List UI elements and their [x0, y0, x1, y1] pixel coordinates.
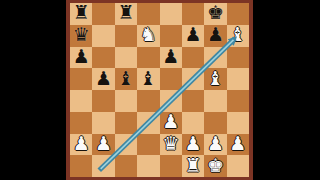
square-g4[interactable]: [204, 90, 226, 112]
piece-black-queen: ♛: [73, 25, 90, 44]
square-e7[interactable]: [160, 25, 182, 47]
square-e5[interactable]: [160, 68, 182, 90]
piece-white-pawn: ♟: [95, 134, 112, 153]
square-c4[interactable]: [115, 90, 137, 112]
piece-black-pawn: ♟: [73, 47, 90, 66]
square-d1[interactable]: [137, 155, 159, 177]
square-g7[interactable]: ♟: [204, 25, 226, 47]
square-h4[interactable]: [227, 90, 249, 112]
piece-black-bishop: ♝: [140, 69, 157, 88]
square-g3[interactable]: [204, 112, 226, 134]
square-c1[interactable]: [115, 155, 137, 177]
piece-black-pawn: ♟: [162, 47, 179, 66]
square-h3[interactable]: [227, 112, 249, 134]
piece-white-pawn: ♟: [229, 134, 246, 153]
square-g2[interactable]: ♟: [204, 134, 226, 156]
square-e1[interactable]: [160, 155, 182, 177]
piece-black-king: ♚: [207, 3, 224, 22]
square-c5[interactable]: ♝: [115, 68, 137, 90]
chess-board: ♜♜♚♛♞♟♟♝♟♟♟♝♝♝♟♟♟♛♟♟♟♜♚: [66, 0, 253, 180]
square-a1[interactable]: [70, 155, 92, 177]
square-g1[interactable]: ♚: [204, 155, 226, 177]
square-b6[interactable]: [92, 47, 114, 69]
square-b7[interactable]: [92, 25, 114, 47]
piece-white-knight: ♞: [140, 25, 157, 44]
square-d3[interactable]: [137, 112, 159, 134]
square-e3[interactable]: ♟: [160, 112, 182, 134]
square-f3[interactable]: [182, 112, 204, 134]
square-b4[interactable]: [92, 90, 114, 112]
square-b2[interactable]: ♟: [92, 134, 114, 156]
square-c2[interactable]: [115, 134, 137, 156]
square-d8[interactable]: [137, 3, 159, 25]
square-c6[interactable]: [115, 47, 137, 69]
square-f5[interactable]: [182, 68, 204, 90]
square-g6[interactable]: [204, 47, 226, 69]
piece-white-pawn: ♟: [162, 112, 179, 131]
piece-white-bishop: ♝: [229, 25, 246, 44]
piece-white-pawn: ♟: [207, 134, 224, 153]
square-h5[interactable]: [227, 68, 249, 90]
square-b3[interactable]: [92, 112, 114, 134]
piece-white-bishop: ♝: [207, 69, 224, 88]
square-a2[interactable]: ♟: [70, 134, 92, 156]
piece-black-bishop: ♝: [117, 69, 134, 88]
square-c8[interactable]: ♜: [115, 3, 137, 25]
square-d7[interactable]: ♞: [137, 25, 159, 47]
square-f2[interactable]: ♟: [182, 134, 204, 156]
square-e2[interactable]: ♛: [160, 134, 182, 156]
screenshot-frame: ♜♜♚♛♞♟♟♝♟♟♟♝♝♝♟♟♟♛♟♟♟♜♚: [0, 0, 320, 180]
piece-black-pawn: ♟: [207, 25, 224, 44]
square-a6[interactable]: ♟: [70, 47, 92, 69]
square-a8[interactable]: ♜: [70, 3, 92, 25]
square-c7[interactable]: [115, 25, 137, 47]
square-b1[interactable]: [92, 155, 114, 177]
square-b8[interactable]: [92, 3, 114, 25]
square-e6[interactable]: ♟: [160, 47, 182, 69]
square-e8[interactable]: [160, 3, 182, 25]
piece-white-rook: ♜: [185, 156, 202, 175]
piece-white-king: ♚: [207, 156, 224, 175]
piece-black-pawn: ♟: [95, 69, 112, 88]
square-d5[interactable]: ♝: [137, 68, 159, 90]
piece-black-rook: ♜: [73, 3, 90, 22]
square-h2[interactable]: ♟: [227, 134, 249, 156]
square-h7[interactable]: ♝: [227, 25, 249, 47]
square-f6[interactable]: [182, 47, 204, 69]
square-f8[interactable]: [182, 3, 204, 25]
square-h6[interactable]: [227, 47, 249, 69]
square-h1[interactable]: [227, 155, 249, 177]
square-e4[interactable]: [160, 90, 182, 112]
square-d4[interactable]: [137, 90, 159, 112]
square-f1[interactable]: ♜: [182, 155, 204, 177]
square-b5[interactable]: ♟: [92, 68, 114, 90]
piece-white-pawn: ♟: [185, 134, 202, 153]
piece-white-queen: ♛: [162, 134, 179, 153]
square-f7[interactable]: ♟: [182, 25, 204, 47]
square-f4[interactable]: [182, 90, 204, 112]
square-h8[interactable]: [227, 3, 249, 25]
piece-black-rook: ♜: [117, 3, 134, 22]
piece-black-pawn: ♟: [185, 25, 202, 44]
square-a5[interactable]: [70, 68, 92, 90]
chess-board-grid: ♜♜♚♛♞♟♟♝♟♟♟♝♝♝♟♟♟♛♟♟♟♜♚: [70, 3, 249, 177]
square-d6[interactable]: [137, 47, 159, 69]
square-c3[interactable]: [115, 112, 137, 134]
square-g8[interactable]: ♚: [204, 3, 226, 25]
piece-white-pawn: ♟: [73, 134, 90, 153]
square-a4[interactable]: [70, 90, 92, 112]
square-a7[interactable]: ♛: [70, 25, 92, 47]
square-g5[interactable]: ♝: [204, 68, 226, 90]
square-a3[interactable]: [70, 112, 92, 134]
square-d2[interactable]: [137, 134, 159, 156]
